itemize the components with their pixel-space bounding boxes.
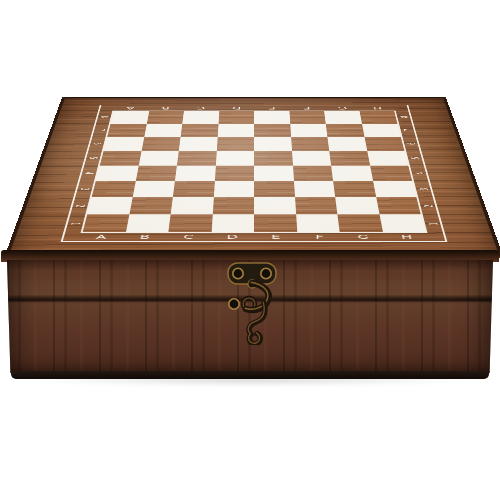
- square-a2[interactable]: [87, 197, 132, 214]
- square-b8[interactable]: [146, 111, 183, 124]
- square-a4[interactable]: [96, 166, 139, 181]
- screw-icon: [261, 268, 271, 278]
- rank-label: 1: [69, 222, 82, 225]
- file-label: F: [303, 106, 310, 109]
- square-g5[interactable]: [329, 151, 369, 166]
- rank-label: 7: [95, 129, 106, 131]
- rank-label: 5: [409, 157, 421, 159]
- square-g2[interactable]: [335, 197, 379, 214]
- square-h6[interactable]: [364, 137, 404, 151]
- file-label: G: [337, 106, 347, 109]
- file-label: D: [226, 235, 237, 240]
- square-f6[interactable]: [291, 137, 330, 151]
- chessboard: ABCDEFGH 87654321 87654321 ABCDEFGH: [61, 105, 448, 242]
- square-h1[interactable]: [379, 214, 425, 232]
- square-e8[interactable]: [254, 111, 290, 124]
- square-a6[interactable]: [104, 137, 144, 151]
- square-b2[interactable]: [129, 197, 173, 214]
- square-f8[interactable]: [289, 111, 326, 124]
- rank-label: 2: [422, 205, 435, 207]
- square-d1[interactable]: [211, 214, 254, 232]
- file-labels-near: ABCDEFGH: [78, 233, 429, 241]
- square-c3[interactable]: [173, 181, 215, 197]
- file-label: D: [232, 106, 241, 109]
- square-f4[interactable]: [293, 166, 334, 181]
- square-f1[interactable]: [296, 214, 340, 232]
- square-e4[interactable]: [254, 166, 294, 181]
- rank-label: 4: [83, 172, 95, 174]
- square-h8[interactable]: [359, 111, 397, 124]
- file-label: C: [197, 106, 206, 109]
- file-label: A: [96, 235, 107, 240]
- square-b7[interactable]: [144, 124, 182, 137]
- square-c2[interactable]: [171, 197, 214, 214]
- square-d3[interactable]: [213, 181, 254, 197]
- square-e7[interactable]: [254, 124, 291, 137]
- square-h4[interactable]: [370, 166, 413, 181]
- file-label: C: [183, 235, 194, 240]
- square-h3[interactable]: [373, 181, 417, 197]
- square-d6[interactable]: [216, 137, 254, 151]
- square-d4[interactable]: [214, 166, 254, 181]
- rank-label: 2: [74, 205, 87, 207]
- square-d2[interactable]: [212, 197, 254, 214]
- square-h5[interactable]: [367, 151, 408, 166]
- square-b3[interactable]: [132, 181, 175, 197]
- file-label: G: [357, 235, 369, 240]
- square-f5[interactable]: [292, 151, 331, 166]
- file-label: B: [139, 235, 150, 240]
- square-b6[interactable]: [141, 137, 180, 151]
- rank-label: 7: [402, 129, 413, 131]
- square-f2[interactable]: [295, 197, 338, 214]
- rank-label: 3: [417, 188, 429, 190]
- square-d5[interactable]: [215, 151, 254, 166]
- square-g8[interactable]: [324, 111, 361, 124]
- square-g4[interactable]: [331, 166, 373, 181]
- square-e5[interactable]: [254, 151, 293, 166]
- square-a1[interactable]: [83, 214, 129, 232]
- file-label: F: [315, 235, 324, 240]
- square-h7[interactable]: [362, 124, 401, 137]
- latch-hook-icon: [229, 282, 269, 344]
- square-e6[interactable]: [254, 137, 292, 151]
- square-e3[interactable]: [254, 181, 295, 197]
- square-c4[interactable]: [175, 166, 216, 181]
- square-c8[interactable]: [182, 111, 219, 124]
- rank-label: 3: [79, 188, 91, 190]
- latch-clasp[interactable]: [219, 259, 285, 345]
- rank-label: 5: [87, 157, 99, 159]
- rank-label: 4: [413, 172, 425, 174]
- square-a7[interactable]: [107, 124, 146, 137]
- square-h2[interactable]: [376, 197, 421, 214]
- square-c1[interactable]: [168, 214, 212, 232]
- floor-shadow: [25, 376, 475, 386]
- square-c6[interactable]: [179, 137, 218, 151]
- square-a5[interactable]: [100, 151, 141, 166]
- rank-label: 6: [405, 143, 416, 145]
- rank-label: 6: [91, 143, 102, 145]
- board-squares: [81, 111, 428, 233]
- file-label: A: [126, 106, 135, 109]
- square-a3[interactable]: [92, 181, 136, 197]
- file-label: E: [271, 235, 280, 240]
- square-g6[interactable]: [327, 137, 366, 151]
- square-e1[interactable]: [254, 214, 297, 232]
- box-top-surface: ABCDEFGH 87654321 87654321 ABCDEFGH: [4, 97, 500, 258]
- square-g1[interactable]: [337, 214, 382, 232]
- square-b5[interactable]: [138, 151, 178, 166]
- square-d7[interactable]: [217, 124, 254, 137]
- square-f3[interactable]: [294, 181, 336, 197]
- square-b1[interactable]: [125, 214, 170, 232]
- square-e2[interactable]: [254, 197, 296, 214]
- rank-label: 1: [426, 222, 439, 225]
- file-label: B: [162, 106, 171, 109]
- file-label: E: [268, 106, 276, 109]
- file-label: H: [401, 235, 413, 240]
- square-g7[interactable]: [326, 124, 364, 137]
- square-f7[interactable]: [290, 124, 328, 137]
- square-c5[interactable]: [177, 151, 216, 166]
- screw-icon: [233, 268, 243, 278]
- square-b4[interactable]: [135, 166, 177, 181]
- file-label: H: [373, 106, 383, 109]
- square-d8[interactable]: [218, 111, 254, 124]
- square-g3[interactable]: [333, 181, 376, 197]
- chess-box-photo: ABCDEFGH 87654321 87654321 ABCDEFGH: [0, 0, 500, 500]
- square-c7[interactable]: [181, 124, 219, 137]
- rank-label: 8: [398, 116, 409, 118]
- rank-label: 8: [99, 116, 110, 118]
- catch-rivet-icon: [229, 299, 239, 309]
- square-a8[interactable]: [111, 111, 149, 124]
